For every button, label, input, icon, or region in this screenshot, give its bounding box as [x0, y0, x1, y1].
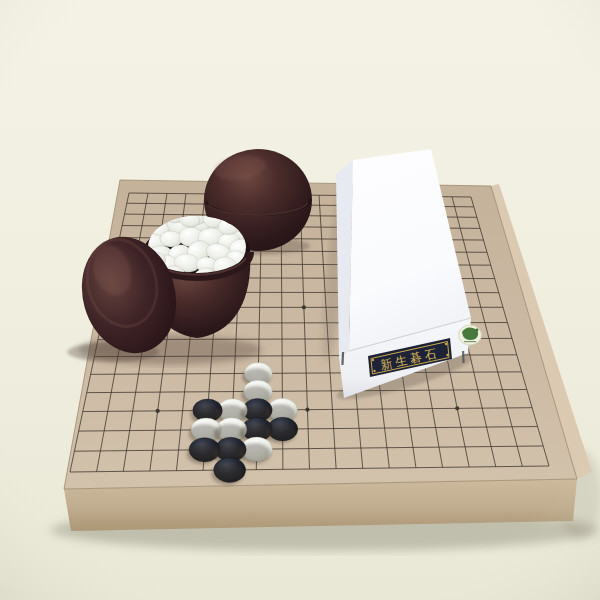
go-set-photo: 新生碁石	[0, 0, 600, 600]
vignette	[0, 0, 600, 600]
scene-svg: 新生碁石	[0, 0, 600, 600]
